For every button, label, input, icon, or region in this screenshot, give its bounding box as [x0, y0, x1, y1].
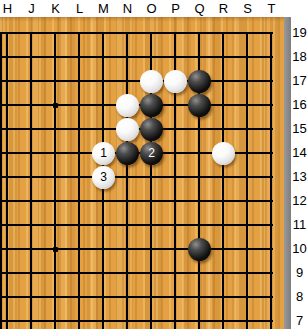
- row-label-15: 15: [291, 121, 308, 137]
- col-label-R: R: [219, 1, 228, 16]
- col-label-O: O: [146, 1, 156, 16]
- star-point-K10: [53, 247, 58, 252]
- col-label-L: L: [76, 1, 83, 16]
- row-label-17: 17: [291, 73, 308, 89]
- col-label-K: K: [51, 1, 60, 16]
- board-grid: [0, 32, 273, 329]
- black-stone-N14: [116, 142, 139, 165]
- row-label-14: 14: [291, 145, 308, 161]
- star-point-K16: [53, 103, 58, 108]
- white-stone-N15: [116, 118, 139, 141]
- row-label-7: 7: [291, 313, 308, 329]
- col-label-P: P: [171, 1, 180, 16]
- row-label-8: 8: [291, 289, 308, 305]
- white-stone-O17: [140, 70, 163, 93]
- row-label-13: 13: [291, 169, 308, 185]
- move-number-1: 1: [100, 146, 107, 160]
- black-stone-Q17: [188, 70, 211, 93]
- black-stone-O14: 2: [140, 142, 163, 165]
- white-stone-N16: [116, 94, 139, 117]
- row-label-18: 18: [291, 49, 308, 65]
- black-stone-Q10: [188, 238, 211, 261]
- row-label-16: 16: [291, 97, 308, 113]
- row-label-11: 11: [291, 217, 308, 233]
- col-label-J: J: [28, 1, 35, 16]
- go-diagram: HJKLMNOPQRST19181716151413121110987 132: [0, 0, 308, 329]
- black-stone-O16: [140, 94, 163, 117]
- col-label-N: N: [123, 1, 132, 16]
- row-label-10: 10: [291, 241, 308, 257]
- white-stone-M13: 3: [92, 166, 115, 189]
- white-stone-R14: [212, 142, 235, 165]
- white-stone-P17: [164, 70, 187, 93]
- row-label-12: 12: [291, 193, 308, 209]
- move-number-2: 2: [148, 146, 155, 160]
- col-label-T: T: [268, 1, 276, 16]
- col-label-M: M: [98, 1, 109, 16]
- board-left-crop-line: [0, 32, 2, 329]
- col-label-Q: Q: [194, 1, 204, 16]
- row-label-19: 19: [291, 25, 308, 41]
- row-label-9: 9: [291, 265, 308, 281]
- move-number-3: 3: [100, 170, 107, 184]
- black-stone-Q16: [188, 94, 211, 117]
- col-label-S: S: [243, 1, 252, 16]
- white-stone-M14: 1: [92, 142, 115, 165]
- board-right-edge-shadow: [284, 17, 291, 329]
- col-label-H: H: [3, 1, 12, 16]
- black-stone-O15: [140, 118, 163, 141]
